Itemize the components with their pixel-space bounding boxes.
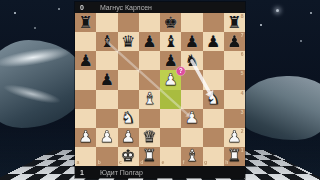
piece-black-bishop[interactable]: ♝ [160, 32, 181, 51]
piece-black-pawn[interactable]: ♟ [96, 70, 117, 89]
square-h7[interactable]: 7♟ [224, 32, 245, 51]
square-a2[interactable]: ♟ [75, 128, 96, 147]
star [276, 9, 279, 12]
square-d4[interactable]: ♝ [139, 90, 160, 109]
square-f5[interactable] [181, 70, 202, 89]
player-bottom-score: 1 [80, 169, 84, 176]
file-label: e [162, 160, 165, 165]
square-a7[interactable] [75, 32, 96, 51]
player-bottom-name: Юдит Полгар [100, 169, 143, 176]
piece-white-queen[interactable]: ♛ [139, 128, 160, 147]
square-h2[interactable]: 2♟ [224, 128, 245, 147]
square-b7[interactable]: ♝ [96, 32, 117, 51]
star [310, 12, 312, 14]
piece-black-pawn[interactable]: ♟ [139, 32, 160, 51]
piece-white-pawn[interactable]: ♟ [160, 70, 181, 89]
square-f6[interactable]: ♞ [181, 51, 202, 70]
square-e4[interactable] [160, 90, 181, 109]
square-e5[interactable]: ♟ [160, 70, 181, 89]
piece-white-pawn[interactable]: ♟ [181, 109, 202, 128]
square-d3[interactable] [139, 109, 160, 128]
square-g1[interactable]: g [203, 147, 224, 166]
square-e2[interactable] [160, 128, 181, 147]
piece-white-rook[interactable]: ♜ [224, 147, 245, 166]
player-top-name: Магнус Карлсен [100, 4, 152, 11]
square-c8[interactable] [118, 13, 139, 32]
player-top-score: 0 [80, 4, 84, 11]
square-b4[interactable] [96, 90, 117, 109]
square-b5[interactable]: ♟ [96, 70, 117, 89]
star [14, 12, 16, 14]
square-f1[interactable]: f♝ [181, 147, 202, 166]
piece-white-pawn[interactable]: ♟ [224, 128, 245, 147]
file-label: g [204, 160, 207, 165]
square-d8[interactable] [139, 13, 160, 32]
piece-white-pawn[interactable]: ♟ [96, 128, 117, 147]
square-g6[interactable] [203, 51, 224, 70]
rank-label: 4 [241, 91, 244, 96]
piece-white-rook[interactable]: ♜ [139, 147, 160, 166]
square-h3[interactable]: 3 [224, 109, 245, 128]
piece-white-pawn[interactable]: ♟ [118, 128, 139, 147]
rank-label: 3 [241, 110, 244, 115]
square-d2[interactable]: ♛ [139, 128, 160, 147]
square-h4[interactable]: 4 [224, 90, 245, 109]
square-f8[interactable] [181, 13, 202, 32]
square-e8[interactable]: ♚ [160, 13, 181, 32]
piece-black-queen[interactable]: ♛ [118, 32, 139, 51]
square-e6[interactable]: ♟ [160, 51, 181, 70]
square-a3[interactable] [75, 109, 96, 128]
square-a8[interactable]: ♜ [75, 13, 96, 32]
piece-black-rook[interactable]: ♜ [224, 13, 245, 32]
file-label: a [77, 160, 80, 165]
square-g7[interactable]: ♟ [203, 32, 224, 51]
piece-white-knight[interactable]: ♞ [203, 90, 224, 109]
board-area: ♜♚8♜♝♛♟♝♟♟7♟♟♟♞6♟♟5♝♞4♞♟3♟♟♟♛2♟abc♚d♜ef♝… [75, 13, 245, 166]
star [34, 27, 36, 29]
piece-black-pawn[interactable]: ♟ [203, 32, 224, 51]
square-b6[interactable] [96, 51, 117, 70]
piece-black-king[interactable]: ♚ [160, 13, 181, 32]
file-label: b [98, 160, 101, 165]
square-g8[interactable] [203, 13, 224, 32]
piece-black-pawn[interactable]: ♟ [160, 51, 181, 70]
piece-black-rook[interactable]: ♜ [75, 13, 96, 32]
scene-background: 0 Магнус Карлсен ♜♚8♜♝♛♟♝♟♟7♟♟♟♞6♟♟5♝♞4♞… [0, 0, 320, 180]
square-d7[interactable]: ♟ [139, 32, 160, 51]
square-d5[interactable] [139, 70, 160, 89]
square-a5[interactable] [75, 70, 96, 89]
piece-white-pawn[interactable]: ♟ [75, 128, 96, 147]
square-d6[interactable] [139, 51, 160, 70]
square-g5[interactable] [203, 70, 224, 89]
square-c3[interactable]: ♞ [118, 109, 139, 128]
square-b3[interactable] [96, 109, 117, 128]
square-h5[interactable]: 5 [224, 70, 245, 89]
square-h6[interactable]: 6 [224, 51, 245, 70]
chess-board[interactable]: ♜♚8♜♝♛♟♝♟♟7♟♟♟♞6♟♟5♝♞4♞♟3♟♟♟♛2♟abc♚d♜ef♝… [75, 13, 245, 166]
star [300, 40, 302, 42]
piece-black-knight[interactable]: ♞ [181, 51, 202, 70]
square-a6[interactable]: ♟ [75, 51, 96, 70]
square-b2[interactable]: ♟ [96, 128, 117, 147]
square-e7[interactable]: ♝ [160, 32, 181, 51]
piece-white-bishop[interactable]: ♝ [181, 147, 202, 166]
piece-black-pawn[interactable]: ♟ [75, 51, 96, 70]
square-f3[interactable]: ♟ [181, 109, 202, 128]
piece-black-pawn[interactable]: ♟ [181, 32, 202, 51]
square-c1[interactable]: c♚ [118, 147, 139, 166]
rank-label: 5 [241, 71, 244, 76]
square-f7[interactable]: ♟ [181, 32, 202, 51]
player-bar-top: 0 Магнус Карлсен [75, 2, 245, 13]
ocean-wave-right [238, 76, 320, 140]
player-bar-bottom: 1 Юдит Полгар [75, 166, 245, 178]
chess-app-window: 0 Магнус Карлсен ♜♚8♜♝♛♟♝♟♟7♟♟♟♞6♟♟5♝♞4♞… [75, 2, 245, 178]
piece-white-king[interactable]: ♚ [118, 147, 139, 166]
square-e3[interactable] [160, 109, 181, 128]
square-c7[interactable]: ♛ [118, 32, 139, 51]
square-f2[interactable] [181, 128, 202, 147]
square-c6[interactable] [118, 51, 139, 70]
square-c5[interactable] [118, 70, 139, 89]
square-c2[interactable]: ♟ [118, 128, 139, 147]
square-b8[interactable] [96, 13, 117, 32]
square-g4[interactable]: ♞ [203, 90, 224, 109]
square-f4[interactable] [181, 90, 202, 109]
square-g2[interactable] [203, 128, 224, 147]
square-h8[interactable]: 8♜ [224, 13, 245, 32]
square-a4[interactable] [75, 90, 96, 109]
square-h1[interactable]: 1h♜ [224, 147, 245, 166]
rank-label: 6 [241, 52, 244, 57]
square-g3[interactable] [203, 109, 224, 128]
square-c4[interactable] [118, 90, 139, 109]
star [260, 24, 262, 26]
piece-white-bishop[interactable]: ♝ [139, 90, 160, 109]
square-a1[interactable]: a [75, 147, 96, 166]
piece-black-bishop[interactable]: ♝ [96, 32, 117, 51]
star [58, 8, 60, 10]
square-b1[interactable]: b [96, 147, 117, 166]
square-d1[interactable]: d♜ [139, 147, 160, 166]
square-e1[interactable]: e [160, 147, 181, 166]
piece-black-pawn[interactable]: ♟ [224, 32, 245, 51]
piece-white-knight[interactable]: ♞ [118, 109, 139, 128]
